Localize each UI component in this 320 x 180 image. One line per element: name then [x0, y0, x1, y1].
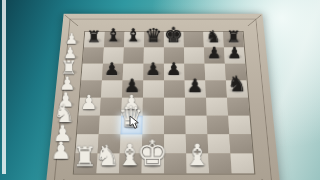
black-knight-glyph: ♞ — [205, 28, 220, 45]
square-h1[interactable] — [230, 154, 254, 174]
black-bishop-glyph: ♝ — [105, 27, 121, 45]
piece-black-rook-a8[interactable]: ♜ — [83, 31, 104, 47]
square-f8[interactable] — [184, 32, 204, 48]
piece-black-pawn-h7[interactable]: ♟ — [223, 47, 244, 63]
piece-white-knight-b1[interactable]: ♞ — [95, 153, 118, 173]
black-queen-glyph: ♛ — [144, 26, 161, 45]
black-pawn-glyph: ♟ — [166, 61, 181, 78]
square-e4[interactable] — [164, 98, 185, 116]
piece-black-pawn-f5[interactable]: ♟ — [184, 80, 205, 97]
white-pawn-glyph: ♟ — [79, 93, 97, 113]
white-rook-glyph: ♜ — [72, 143, 96, 170]
square-g5[interactable] — [205, 80, 227, 97]
black-knight-glyph: ♞ — [227, 74, 246, 96]
black-pawn-glyph: ♟ — [145, 61, 160, 78]
piece-black-pawn-g7[interactable]: ♟ — [203, 47, 224, 63]
white-king-glyph: ♚ — [136, 135, 168, 170]
square-g3[interactable] — [207, 116, 230, 135]
square-h2[interactable] — [229, 134, 252, 153]
square-d4[interactable] — [143, 98, 164, 116]
black-pawn-glyph: ♟ — [186, 77, 203, 95]
black-pawn-glyph: ♟ — [227, 46, 241, 62]
piece-black-pawn-b6[interactable]: ♟ — [101, 63, 122, 80]
square-f4[interactable] — [185, 98, 207, 116]
black-rook-glyph: ♜ — [86, 29, 100, 45]
white-pawn-glyph: ♟ — [50, 139, 71, 163]
square-a3[interactable] — [77, 116, 100, 135]
square-c7[interactable] — [123, 47, 144, 63]
black-king-glyph: ♚ — [164, 24, 183, 45]
piece-white-king-d1[interactable]: ♚ — [140, 153, 163, 173]
piece-white-pawn-a4[interactable]: ♟ — [78, 97, 100, 115]
piece-black-pawn-d6[interactable]: ♟ — [142, 63, 163, 80]
piece-white-bishop-f1[interactable]: ♝ — [185, 153, 208, 173]
board-scene: ♜♝♝♛♚♞♜♟♟♟♟♟♟♟♞♟♟♛♜♞♝♚♝♟♟♜♟♟♞♟♟ — [45, 14, 282, 180]
white-bishop-glyph: ♝ — [183, 141, 210, 171]
black-bishop-glyph: ♝ — [125, 27, 141, 45]
piece-black-pawn-e6[interactable]: ♟ — [163, 63, 184, 80]
square-g6[interactable] — [205, 64, 226, 81]
board-frame: ♜♝♝♛♚♞♜♟♟♟♟♟♟♟♞♟♟♛♜♞♝♚♝♟♟♜♟♟♞♟♟ — [45, 14, 282, 180]
square-h4[interactable] — [227, 98, 249, 116]
piece-black-king-e8[interactable]: ♚ — [163, 31, 183, 47]
square-f7[interactable] — [184, 47, 205, 63]
square-b5[interactable] — [101, 80, 123, 97]
square-f3[interactable] — [185, 116, 207, 135]
piece-black-knight-h5[interactable]: ♞ — [225, 80, 247, 97]
black-rook-glyph: ♜ — [226, 29, 240, 45]
square-g4[interactable] — [206, 98, 228, 116]
piece-black-queen-d8[interactable]: ♛ — [143, 31, 163, 47]
piece-black-bishop-b8[interactable]: ♝ — [103, 31, 124, 47]
black-pawn-glyph: ♟ — [207, 46, 221, 62]
background-left-strip — [2, 0, 6, 174]
square-a6[interactable] — [81, 64, 103, 81]
mouse-cursor-icon — [129, 115, 140, 134]
square-d5[interactable] — [143, 80, 164, 97]
piece-white-rook-a1[interactable]: ♜ — [73, 153, 97, 173]
square-a7[interactable] — [83, 47, 104, 63]
square-g1[interactable] — [208, 154, 231, 174]
black-pawn-glyph: ♟ — [104, 61, 119, 78]
square-h3[interactable] — [228, 116, 251, 135]
square-g2[interactable] — [208, 134, 231, 153]
chess-app-window: ♜♝♝♛♚♞♜♟♟♟♟♟♟♟♞♟♟♛♜♞♝♚♝♟♟♜♟♟♞♟♟ — [0, 0, 320, 180]
captured-white-pawn: ♟ — [49, 145, 73, 165]
square-e5[interactable] — [164, 80, 185, 97]
piece-black-bishop-c8[interactable]: ♝ — [123, 31, 143, 47]
